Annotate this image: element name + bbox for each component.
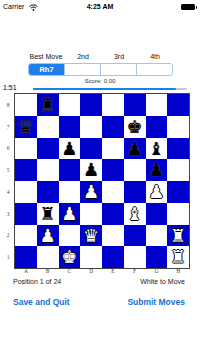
segment-3rd[interactable] xyxy=(101,64,137,75)
square-g3[interactable] xyxy=(146,203,168,225)
time-progress-bar xyxy=(33,88,187,90)
submit-moves-button[interactable]: Submit Moves xyxy=(127,297,185,307)
square-a2[interactable] xyxy=(15,225,37,247)
piece-black-king: ♚ xyxy=(127,116,143,138)
rank-label-4: 4 xyxy=(4,181,12,203)
piece-white-pawn: ♟ xyxy=(83,181,99,203)
piece-white-rook: ♜ xyxy=(170,246,186,268)
piece-white-king: ♚ xyxy=(61,246,77,268)
square-b5[interactable] xyxy=(37,159,59,181)
square-a4[interactable] xyxy=(15,181,37,203)
move-choice-segmented-control: Rh7 xyxy=(28,63,173,76)
square-h4[interactable] xyxy=(167,181,189,203)
file-label-d: D xyxy=(80,268,102,274)
square-g6[interactable]: ♝ xyxy=(146,138,168,160)
time-progress-fill xyxy=(33,88,176,90)
square-h5[interactable] xyxy=(167,159,189,181)
file-label-g: G xyxy=(146,268,168,274)
square-c4[interactable] xyxy=(59,181,81,203)
piece-white-pawn: ♟ xyxy=(148,181,164,203)
square-h3[interactable] xyxy=(167,203,189,225)
piece-white-pawn: ♟ xyxy=(40,225,56,247)
square-b2[interactable]: ♟ xyxy=(37,225,59,247)
tab-label-4th: 4th xyxy=(150,53,160,60)
square-d6[interactable] xyxy=(80,138,102,160)
piece-white-queen: ♛ xyxy=(83,225,99,247)
square-b7[interactable] xyxy=(37,116,59,138)
piece-black-pawn: ♟ xyxy=(83,159,99,181)
status-bar: Carrier 4:25 AM xyxy=(0,0,200,14)
save-and-quit-button[interactable]: Save and Quit xyxy=(13,297,70,307)
square-h7[interactable] xyxy=(167,116,189,138)
square-h1[interactable]: ♜ xyxy=(167,246,189,268)
square-d7[interactable] xyxy=(80,116,102,138)
file-label-a: A xyxy=(15,268,37,274)
square-g1[interactable] xyxy=(146,246,168,268)
square-d5[interactable]: ♟ xyxy=(80,159,102,181)
file-label-c: C xyxy=(59,268,81,274)
square-e3[interactable] xyxy=(102,203,124,225)
app-screen: Carrier 4:25 AM Best Move 2nd 3rd 4th Rh… xyxy=(0,0,200,355)
file-label-b: B xyxy=(37,268,59,274)
piece-black-pawn: ♟ xyxy=(61,138,77,160)
square-c8[interactable] xyxy=(59,94,81,116)
square-f8[interactable] xyxy=(124,94,146,116)
piece-white-bishop: ♝ xyxy=(127,203,143,225)
timer-label: 1:51 xyxy=(3,84,17,91)
square-d1[interactable] xyxy=(80,246,102,268)
rank-label-1: 1 xyxy=(4,246,12,268)
square-f1[interactable] xyxy=(124,246,146,268)
piece-black-pawn: ♟ xyxy=(127,138,143,160)
square-c5[interactable] xyxy=(59,159,81,181)
segment-2nd[interactable] xyxy=(65,64,101,75)
piece-black-pawn: ♟ xyxy=(148,159,164,181)
tab-label-3rd: 3rd xyxy=(114,53,124,60)
piece-black-queen: ♛ xyxy=(18,116,34,138)
square-h6[interactable] xyxy=(167,138,189,160)
square-b6[interactable] xyxy=(37,138,59,160)
square-e8[interactable] xyxy=(102,94,124,116)
segment-best-move[interactable]: Rh7 xyxy=(29,64,65,75)
square-f7[interactable]: ♚ xyxy=(124,116,146,138)
rank-label-5: 5 xyxy=(4,159,12,181)
segment-4th[interactable] xyxy=(137,64,172,75)
square-a5[interactable] xyxy=(15,159,37,181)
file-label-f: F xyxy=(124,268,146,274)
piece-white-rook: ♜ xyxy=(170,225,186,247)
square-a8[interactable] xyxy=(15,94,37,116)
square-b8[interactable]: ♜ xyxy=(37,94,59,116)
rank-label-7: 7 xyxy=(4,116,12,138)
piece-black-rook: ♜ xyxy=(40,94,56,116)
square-c1[interactable]: ♚ xyxy=(59,246,81,268)
rank-labels: 87654321 xyxy=(4,94,12,268)
square-a1[interactable] xyxy=(15,246,37,268)
square-f3[interactable]: ♝ xyxy=(124,203,146,225)
square-b3[interactable]: ♜ xyxy=(37,203,59,225)
tab-label-2nd: 2nd xyxy=(77,53,89,60)
position-indicator: Position 1 of 24 xyxy=(13,278,61,285)
file-label-h: H xyxy=(167,268,189,274)
square-c7[interactable] xyxy=(59,116,81,138)
square-e2[interactable] xyxy=(102,225,124,247)
square-f2[interactable] xyxy=(124,225,146,247)
square-f5[interactable] xyxy=(124,159,146,181)
square-c2[interactable] xyxy=(59,225,81,247)
chess-board: ♜♛♚♟♟♝♟♟♟♟♜♟♝♟♛♜♚♜ xyxy=(14,93,190,269)
square-g7[interactable] xyxy=(146,116,168,138)
file-label-e: E xyxy=(102,268,124,274)
square-e5[interactable] xyxy=(102,159,124,181)
square-e7[interactable] xyxy=(102,116,124,138)
square-d3[interactable] xyxy=(80,203,102,225)
piece-white-pawn: ♟ xyxy=(61,203,77,225)
square-b1[interactable] xyxy=(37,246,59,268)
square-c6[interactable]: ♟ xyxy=(59,138,81,160)
square-b4[interactable] xyxy=(37,181,59,203)
tab-label-best-move: Best Move xyxy=(29,53,62,60)
turn-indicator: White to Move xyxy=(140,278,185,285)
square-h2[interactable]: ♜ xyxy=(167,225,189,247)
square-d2[interactable]: ♛ xyxy=(80,225,102,247)
square-g4[interactable]: ♟ xyxy=(146,181,168,203)
clock: 4:25 AM xyxy=(0,3,200,10)
square-a6[interactable] xyxy=(15,138,37,160)
square-c3[interactable]: ♟ xyxy=(59,203,81,225)
square-f4[interactable] xyxy=(124,181,146,203)
square-f6[interactable]: ♟ xyxy=(124,138,146,160)
piece-black-bishop: ♝ xyxy=(148,138,164,160)
square-e1[interactable] xyxy=(102,246,124,268)
square-h8[interactable] xyxy=(167,94,189,116)
square-a3[interactable] xyxy=(15,203,37,225)
square-g8[interactable] xyxy=(146,94,168,116)
square-e6[interactable] xyxy=(102,138,124,160)
piece-black-rook: ♜ xyxy=(40,203,56,225)
square-a7[interactable]: ♛ xyxy=(15,116,37,138)
square-e4[interactable] xyxy=(102,181,124,203)
file-labels: ABCDEFGH xyxy=(15,268,189,274)
rank-label-8: 8 xyxy=(4,94,12,116)
rank-label-3: 3 xyxy=(4,203,12,225)
rank-label-6: 6 xyxy=(4,138,12,160)
square-d4[interactable]: ♟ xyxy=(80,181,102,203)
rank-label-2: 2 xyxy=(4,225,12,247)
square-g5[interactable]: ♟ xyxy=(146,159,168,181)
square-g2[interactable] xyxy=(146,225,168,247)
square-d8[interactable] xyxy=(80,94,102,116)
score-label: Score: 0.00 xyxy=(0,78,200,84)
battery-icon xyxy=(181,4,195,10)
